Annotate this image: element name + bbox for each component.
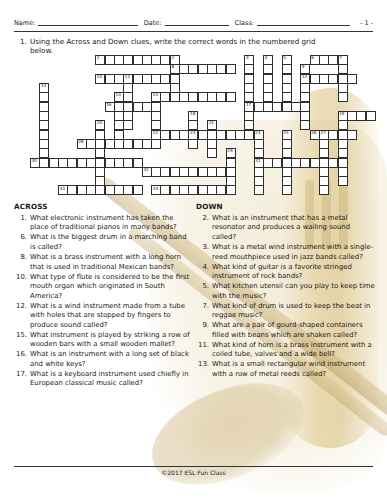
clue-number-18: 18 bbox=[190, 112, 195, 117]
clue-text: What is an instrument that has a metal r… bbox=[212, 214, 376, 243]
grid-cell-33-4[interactable] bbox=[338, 92, 348, 102]
clue-num: 17. bbox=[14, 370, 30, 389]
clue-num: 8. bbox=[14, 253, 30, 272]
name-label: Name: bbox=[14, 19, 35, 27]
worksheet-header: Name: Date: Class: - 1 - bbox=[14, 18, 373, 27]
down-title: DOWN bbox=[196, 202, 376, 212]
clue-number-9: 9 bbox=[302, 65, 305, 70]
grid-cell-33-13[interactable] bbox=[338, 176, 348, 186]
clue-number-27: 27 bbox=[321, 131, 326, 136]
clue-number-31: 31 bbox=[255, 159, 260, 164]
clue-number-10: 10 bbox=[97, 75, 102, 80]
down-clue-9: 9.What are a pair of gourd-shaped contai… bbox=[196, 321, 376, 340]
clue-number-5: 5 bbox=[283, 56, 286, 61]
grid-cell-27-14[interactable] bbox=[282, 185, 292, 195]
across-clue-10: 10.What type of flute is considered to b… bbox=[14, 273, 190, 302]
clue-num: 15. bbox=[14, 331, 30, 350]
grid-cell-21-4[interactable] bbox=[226, 92, 236, 102]
clue-num: 9. bbox=[196, 321, 212, 340]
crossword-grid: 1234567891011121314151617181920212223242… bbox=[30, 55, 376, 196]
instruction-text: Using the Across and Down clues, write t… bbox=[30, 37, 316, 55]
grid-cell-10-7[interactable] bbox=[123, 120, 133, 130]
across-clue-12: 12.What is a wind instrument made from a… bbox=[14, 302, 190, 331]
across-title: ACROSS bbox=[14, 202, 190, 212]
clue-text: What is the biggest drum in a marching b… bbox=[30, 233, 190, 252]
footer-divider bbox=[14, 466, 373, 467]
clue-number-1: 1 bbox=[97, 56, 100, 61]
clue-number-7: 7 bbox=[339, 56, 342, 61]
across-clues-section: ACROSS 1.What electronic instrument has … bbox=[14, 202, 190, 389]
clue-num: 6. bbox=[14, 233, 30, 252]
clue-text: What is an instrument with a long set of… bbox=[30, 350, 190, 369]
across-clue-8: 8.What is a brass instrument with a long… bbox=[14, 253, 190, 272]
clue-number-12: 12 bbox=[302, 75, 307, 80]
down-clue-3: 3.What is a metal wind instrument with a… bbox=[196, 243, 376, 262]
clue-num: 10. bbox=[14, 273, 30, 302]
copyright-text: ©2017 ESL Fun Class bbox=[0, 469, 387, 476]
header-divider bbox=[14, 31, 373, 32]
clue-number-15: 15 bbox=[153, 93, 158, 98]
clue-num: 12. bbox=[14, 302, 30, 331]
across-clue-list: 1.What electronic instrument has taken t… bbox=[14, 214, 190, 389]
across-clue-17: 17.What is a keyboard instrument used ch… bbox=[14, 370, 190, 389]
clue-number-32: 32 bbox=[143, 168, 148, 173]
clue-num: 13. bbox=[196, 360, 212, 379]
clue-number-2: 2 bbox=[171, 56, 174, 61]
clue-number-25: 25 bbox=[283, 131, 288, 136]
class-field[interactable] bbox=[257, 18, 350, 26]
clue-num: 2. bbox=[196, 214, 212, 243]
clue-text: What is a metal wind instrument with a s… bbox=[212, 243, 376, 262]
instruction-line: Using the Across and Down clues, write t… bbox=[30, 37, 316, 46]
clue-num: 7. bbox=[196, 302, 212, 321]
grid-cell-34-8[interactable] bbox=[347, 130, 357, 140]
grid-cell-21-14[interactable] bbox=[226, 185, 236, 195]
grid-cell-21-1[interactable] bbox=[226, 64, 236, 74]
clue-text: What is a keyboard instrument used chief… bbox=[30, 370, 190, 389]
grid-cell-31-14[interactable] bbox=[319, 185, 329, 195]
clue-text: What is a wind instrument made from a tu… bbox=[30, 302, 190, 331]
down-clue-4: 4.What kind of guitar is a favorite stri… bbox=[196, 263, 376, 282]
across-clue-1: 1.What electronic instrument has taken t… bbox=[14, 214, 190, 233]
clue-number-29: 29 bbox=[227, 149, 232, 154]
name-field[interactable] bbox=[38, 18, 137, 26]
clue-text: What kitchen utensil can you play to kee… bbox=[212, 282, 376, 301]
clue-number-33: 33 bbox=[60, 187, 65, 192]
down-clue-13: 13.What is a small rectangular wind inst… bbox=[196, 360, 376, 379]
clue-number-4: 4 bbox=[265, 56, 268, 61]
down-clues-section: DOWN 2.What is an instrument that has a … bbox=[196, 202, 376, 380]
clue-number-17: 17 bbox=[246, 103, 251, 108]
clue-number-23: 23 bbox=[190, 131, 195, 136]
clue-number-24: 24 bbox=[255, 131, 260, 136]
grid-cell-34-2[interactable] bbox=[347, 74, 357, 84]
down-clue-11: 11.What kind of horn is a brass instrume… bbox=[196, 341, 376, 360]
clue-number-30: 30 bbox=[32, 159, 37, 164]
clue-text: What type of flute is considered to be t… bbox=[30, 273, 190, 302]
clue-num: 11. bbox=[196, 341, 212, 360]
grid-cell-19-10[interactable] bbox=[207, 148, 217, 158]
clue-text: What instrument is played by striking a … bbox=[30, 331, 190, 350]
clue-num: 5. bbox=[196, 282, 212, 301]
clue-text: What is a brass instrument with a long h… bbox=[30, 253, 190, 272]
page-number: - 1 - bbox=[360, 19, 373, 27]
clue-number-19: 19 bbox=[339, 112, 344, 117]
clue-text: What kind of guitar is a favorite string… bbox=[212, 263, 376, 282]
down-clue-2: 2.What is an instrument that has a metal… bbox=[196, 214, 376, 243]
clue-number-11: 11 bbox=[125, 75, 130, 80]
clue-number-34: 34 bbox=[153, 187, 158, 192]
clue-num: 3. bbox=[196, 243, 212, 262]
down-clue-list: 2.What is an instrument that has a metal… bbox=[196, 214, 376, 379]
clue-number-22: 22 bbox=[153, 131, 158, 136]
clue-num: 1. bbox=[14, 214, 30, 233]
date-field[interactable] bbox=[165, 18, 229, 26]
class-label: Class: bbox=[235, 19, 254, 27]
clue-number-20: 20 bbox=[97, 121, 102, 126]
across-clue-16: 16.What is an instrument with a long set… bbox=[14, 350, 190, 369]
clue-number-8: 8 bbox=[171, 65, 174, 70]
clue-text: What electronic instrument has taken the… bbox=[30, 214, 190, 233]
clue-text: What is a small rectangular wind instrum… bbox=[212, 360, 376, 379]
clue-number-21: 21 bbox=[209, 121, 214, 126]
grid-cell-11-14[interactable] bbox=[133, 185, 143, 195]
clue-number-13: 13 bbox=[41, 84, 46, 89]
grid-cell-17-9[interactable] bbox=[188, 139, 198, 149]
instruction-number: 1. bbox=[20, 37, 30, 55]
down-clue-5: 5.What kitchen utensil can you play to k… bbox=[196, 282, 376, 301]
clue-text: What kind of horn is a brass instrument … bbox=[212, 341, 376, 360]
across-clue-15: 15.What instrument is played by striking… bbox=[14, 331, 190, 350]
clue-num: 4. bbox=[196, 263, 212, 282]
down-clue-7: 7.What kind of drum is used to keep the … bbox=[196, 302, 376, 321]
clue-number-6: 6 bbox=[311, 56, 314, 61]
date-label: Date: bbox=[144, 19, 162, 27]
clue-text: What are a pair of gourd-shaped containe… bbox=[212, 321, 376, 340]
clue-number-3: 3 bbox=[246, 56, 249, 61]
across-clue-6: 6.What is the biggest drum in a marching… bbox=[14, 233, 190, 252]
clue-text: What kind of drum is used to keep the be… bbox=[212, 302, 376, 321]
grid-cell-36-6[interactable] bbox=[366, 111, 376, 121]
instruction: 1. Using the Across and Down clues, writ… bbox=[20, 37, 370, 55]
clue-number-26: 26 bbox=[311, 131, 316, 136]
clue-number-14: 14 bbox=[115, 93, 120, 98]
clue-number-16: 16 bbox=[106, 103, 111, 108]
clue-number-28: 28 bbox=[78, 140, 83, 145]
grid-cell-24-14[interactable] bbox=[254, 185, 264, 195]
instruction-line: below. bbox=[30, 46, 316, 55]
worksheet-page: Name: Date: Class: - 1 - 1. Using the Ac… bbox=[0, 0, 387, 500]
grid-cell-13-9[interactable] bbox=[151, 139, 161, 149]
clue-num: 16. bbox=[14, 350, 30, 369]
